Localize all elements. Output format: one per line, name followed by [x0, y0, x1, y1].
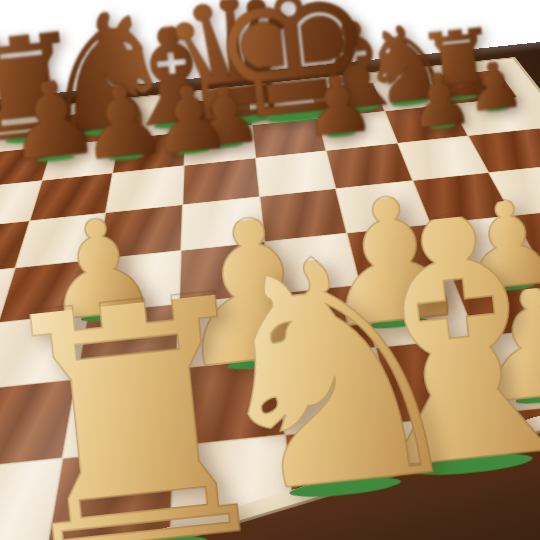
square-c5[interactable] — [99, 205, 182, 258]
square-c4[interactable] — [89, 251, 180, 313]
square-c2[interactable] — [64, 369, 176, 458]
square-e2[interactable] — [277, 348, 394, 435]
square-b3[interactable] — [0, 314, 87, 389]
square-e3[interactable] — [270, 285, 375, 357]
square-f5[interactable] — [336, 181, 429, 232]
square-d3[interactable] — [177, 295, 275, 368]
chess-photo-scene: ♜♞♝♛♚♝♞♜♟♟♟♟♟♟♟♟♟♟♟♟♝♞♜ — [0, 0, 540, 540]
board-tilt-wrapper: ♜♞♝♛♚♝♞♜♟♟♟♟♟♟♟♟♟♟♟♟♝♞♜ — [0, 0, 540, 540]
square-d2[interactable] — [174, 358, 283, 446]
square-d4[interactable] — [180, 242, 269, 303]
square-e4[interactable] — [265, 233, 360, 294]
square-d5[interactable] — [182, 197, 264, 250]
square-c3[interactable] — [78, 304, 178, 378]
square-c1[interactable] — [47, 448, 173, 540]
square-e5[interactable] — [260, 189, 346, 241]
square-b4[interactable] — [0, 259, 97, 322]
